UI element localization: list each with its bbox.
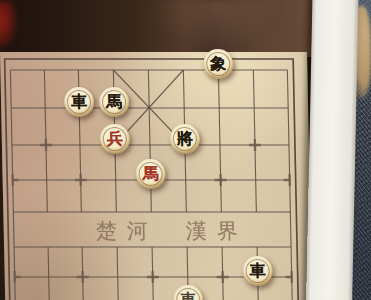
piece-black-chariot-h7[interactable]: 車 <box>242 256 273 286</box>
piece-black-elephant-g1[interactable]: 象 <box>203 49 234 79</box>
xiangqi-board[interactable]: 楚河 漢界 象車馬兵將馬車車 <box>0 52 312 300</box>
board-wrap: 楚河 漢界 象車馬兵將馬車車 <box>0 0 310 300</box>
river-label-left: 楚河 <box>95 217 158 241</box>
piece-red-horse-e4[interactable]: 馬 <box>135 159 166 189</box>
piece-red-soldier-d3[interactable]: 兵 <box>100 124 131 154</box>
piece-black-chariot-c2[interactable]: 車 <box>64 87 95 117</box>
piece-black-general-f3[interactable]: 將 <box>170 124 201 154</box>
photo-of-xiangqi-screen: 楚河 漢界 象車馬兵將馬車車 <box>0 0 371 300</box>
river-label-right: 漢界 <box>185 217 248 241</box>
piece-black-horse-d2[interactable]: 馬 <box>99 87 130 117</box>
device-bezel <box>306 0 359 300</box>
